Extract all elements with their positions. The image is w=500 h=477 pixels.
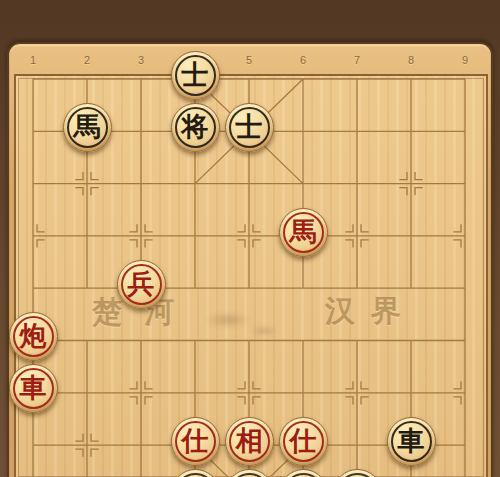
piece-glyph: 車 <box>398 427 425 454</box>
piece-glyph: 相 <box>236 427 263 454</box>
piece-red-advisor[interactable]: 仕 <box>171 417 220 466</box>
piece-glyph: 車 <box>20 374 47 401</box>
piece-clipped-piece-top[interactable] <box>171 469 220 477</box>
piece-red-advisor[interactable]: 仕 <box>279 417 328 466</box>
piece-clipped-piece-top[interactable] <box>333 469 382 477</box>
piece-red-horse[interactable]: 馬 <box>279 208 328 257</box>
piece-clipped-piece-top[interactable] <box>279 469 328 477</box>
piece-black-general[interactable]: 将 <box>171 103 220 152</box>
piece-black-chariot[interactable]: 車 <box>387 417 436 466</box>
piece-glyph: 士 <box>182 61 209 88</box>
piece-red-cannon[interactable]: 炮 <box>9 312 58 361</box>
piece-glyph: 兵 <box>128 270 155 297</box>
piece-black-advisor[interactable]: 士 <box>225 103 274 152</box>
piece-black-advisor[interactable]: 士 <box>171 51 220 100</box>
piece-glyph: 仕 <box>182 427 209 454</box>
piece-glyph: 馬 <box>74 113 101 140</box>
piece-black-horse[interactable]: 馬 <box>63 103 112 152</box>
piece-glyph: 炮 <box>20 322 47 349</box>
piece-glyph: 士 <box>236 113 263 140</box>
piece-red-soldier[interactable]: 兵 <box>117 260 166 309</box>
pieces-grid: 士馬将士馬兵炮車仕相仕車 <box>6 53 492 477</box>
piece-glyph: 将 <box>182 113 209 140</box>
piece-red-chariot[interactable]: 車 <box>9 364 58 413</box>
piece-red-elephant[interactable]: 相 <box>225 417 274 466</box>
piece-glyph: 馬 <box>290 218 317 245</box>
xiangqi-app-screen: 楚河 汉界 123456789 士馬将士馬兵炮車仕相仕車 <box>0 0 500 477</box>
piece-clipped-piece-top[interactable] <box>225 469 274 477</box>
piece-glyph: 仕 <box>290 427 317 454</box>
